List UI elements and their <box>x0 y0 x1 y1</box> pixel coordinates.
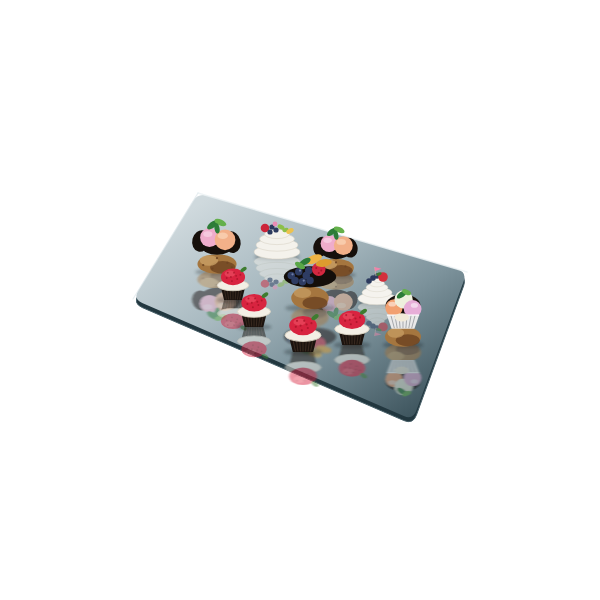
silver-cup-ice-cream-petit-four <box>383 288 424 397</box>
raspberry-cupcake-4 <box>334 308 371 380</box>
raspberry-cupcake-2 <box>236 291 271 359</box>
product-photo <box>0 0 600 600</box>
raspberry-cupcake-3 <box>284 313 322 388</box>
photo-canvas <box>0 0 600 600</box>
